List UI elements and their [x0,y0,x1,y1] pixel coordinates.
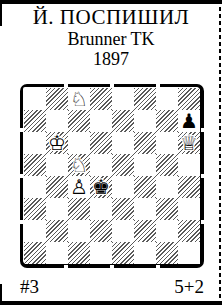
square-f8 [134,88,156,110]
board-frame-tick [20,220,23,224]
square-e1 [112,242,134,264]
square-h2 [178,220,200,242]
square-a6 [24,132,46,154]
piece-white-pawn: ♙ [68,176,90,198]
square-e7 [112,110,134,132]
square-f6 [134,132,156,154]
square-f1 [134,242,156,264]
square-d1 [90,242,112,264]
board-frame-tick [64,265,68,268]
diagram-header: Й. ПОСПИШИЛ Brunner TK 1897 [0,5,222,69]
square-b3 [46,198,68,220]
page-border-left-bottom [0,284,2,305]
square-b5 [46,154,68,176]
piece-white-knight: ♘ [68,154,90,176]
square-c2 [68,220,90,242]
square-e8 [112,88,134,110]
stipulation-label: #3 [20,276,39,298]
square-d8 [90,88,112,110]
square-b2 [46,220,68,242]
square-f7 [134,110,156,132]
board-frame-tick [201,128,204,132]
board-frame-tick [64,84,68,87]
board-frame-tick [156,265,160,268]
board-frame-tick [20,174,23,178]
piece-white-knight: ♘ [68,88,90,110]
square-h1 [178,242,200,264]
square-h8 [178,88,200,110]
square-e6 [112,132,134,154]
material-count-label: 5+2 [174,276,204,298]
board-frame-tick [156,84,160,87]
square-f4 [134,176,156,198]
square-b4 [46,176,68,198]
square-d2 [90,220,112,242]
square-h5 [178,154,200,176]
square-a2 [24,220,46,242]
piece-white-king: ♔ [46,132,68,154]
square-d7 [90,110,112,132]
square-c8: ♞♘ [68,88,90,110]
page-border-top [0,0,222,4]
square-h4 [178,176,200,198]
board-grid: ♞♘♟♟♚♔♛♕♞♘♟♙♚♚ [24,88,200,264]
square-b7 [46,110,68,132]
square-c4: ♟♙ [68,176,90,198]
square-e5 [112,154,134,176]
board-frame-tick [20,128,23,132]
chess-board: ♞♘♟♟♚♔♛♕♞♘♟♙♚♚ [20,84,204,268]
board-frame-tick [110,84,114,87]
square-c3 [68,198,90,220]
square-g6 [156,132,178,154]
diagram-caption: #3 5+2 [20,276,204,298]
square-f3 [134,198,156,220]
square-a3 [24,198,46,220]
square-c5: ♞♘ [68,154,90,176]
square-g7 [156,110,178,132]
square-c7 [68,110,90,132]
publication-year: 1897 [0,49,222,69]
piece-white-queen: ♕ [178,132,200,154]
square-b8 [46,88,68,110]
square-a7 [24,110,46,132]
square-b6: ♚♔ [46,132,68,154]
square-f5 [134,154,156,176]
square-g3 [156,198,178,220]
square-g8 [156,88,178,110]
square-e2 [112,220,134,242]
piece-black-king: ♚ [90,176,112,198]
square-e4 [112,176,134,198]
square-c1 [68,242,90,264]
square-b1 [46,242,68,264]
square-g5 [156,154,178,176]
square-h3 [178,198,200,220]
composer-name: Й. ПОСПИШИЛ [0,5,222,29]
source-name: Brunner TK [0,29,222,49]
square-d3 [90,198,112,220]
square-f2 [134,220,156,242]
piece-black-pawn: ♟ [178,110,200,132]
square-g2 [156,220,178,242]
board-inner-margin: ♞♘♟♟♚♔♛♕♞♘♟♙♚♚ [23,87,199,263]
square-d4: ♚♚ [90,176,112,198]
square-d5 [90,154,112,176]
square-g1 [156,242,178,264]
page-border-bottom [0,301,222,305]
board-frame-tick [201,220,204,224]
board-frame-tick [201,174,204,178]
square-e3 [112,198,134,220]
square-h7: ♟♟ [178,110,200,132]
square-a5 [24,154,46,176]
square-d6 [90,132,112,154]
square-c6 [68,132,90,154]
square-a8 [24,88,46,110]
board-frame-tick [110,265,114,268]
square-a1 [24,242,46,264]
square-a4 [24,176,46,198]
square-h6: ♛♕ [178,132,200,154]
square-g4 [156,176,178,198]
chess-problem-diagram: Й. ПОСПИШИЛ Brunner TK 1897 ♞♘♟♟♚♔♛♕♞♘♟♙… [0,0,222,305]
